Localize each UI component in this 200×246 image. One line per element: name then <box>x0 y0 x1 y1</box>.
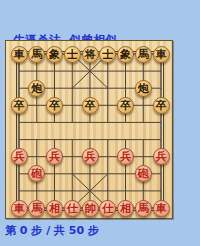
piece-red-兵[interactable]: 兵 <box>11 148 28 165</box>
piece-black-卒[interactable]: 卒 <box>82 97 99 114</box>
piece-red-馬[interactable]: 馬 <box>135 200 152 217</box>
move-counter: 第 0 步 / 共 50 步 <box>5 224 200 238</box>
piece-red-馬[interactable]: 馬 <box>28 200 45 217</box>
piece-black-象[interactable]: 象 <box>46 46 63 63</box>
piece-black-将[interactable]: 将 <box>82 46 99 63</box>
piece-red-仕[interactable]: 仕 <box>99 200 116 217</box>
piece-red-帥[interactable]: 帥 <box>82 200 99 217</box>
piece-black-車[interactable]: 車 <box>153 46 170 63</box>
piece-red-兵[interactable]: 兵 <box>82 148 99 165</box>
piece-red-相[interactable]: 相 <box>46 200 63 217</box>
piece-black-馬[interactable]: 馬 <box>135 46 152 63</box>
piece-red-車[interactable]: 車 <box>153 200 170 217</box>
piece-black-炮[interactable]: 炮 <box>28 80 45 97</box>
xiangqi-board[interactable]: 車馬象士将士象馬車炮炮卒卒卒卒卒兵兵兵兵兵砲砲車馬相仕帥仕相馬車 <box>5 40 173 219</box>
piece-black-炮[interactable]: 炮 <box>135 80 152 97</box>
piece-black-象[interactable]: 象 <box>117 46 134 63</box>
piece-black-士[interactable]: 士 <box>64 46 81 63</box>
piece-black-士[interactable]: 士 <box>99 46 116 63</box>
piece-red-車[interactable]: 車 <box>11 200 28 217</box>
piece-red-相[interactable]: 相 <box>117 200 134 217</box>
piece-red-仕[interactable]: 仕 <box>64 200 81 217</box>
board-grid <box>6 41 174 220</box>
piece-black-卒[interactable]: 卒 <box>11 97 28 114</box>
piece-black-卒[interactable]: 卒 <box>46 97 63 114</box>
piece-black-車[interactable]: 車 <box>11 46 28 63</box>
piece-black-馬[interactable]: 馬 <box>28 46 45 63</box>
piece-red-兵[interactable]: 兵 <box>153 148 170 165</box>
piece-black-卒[interactable]: 卒 <box>153 97 170 114</box>
xiangqi-app-window: 牛逼杀法 似曾相似 王昊 后胜 李少庚 <box>0 0 200 246</box>
piece-red-砲[interactable]: 砲 <box>135 165 152 182</box>
piece-black-卒[interactable]: 卒 <box>117 97 134 114</box>
